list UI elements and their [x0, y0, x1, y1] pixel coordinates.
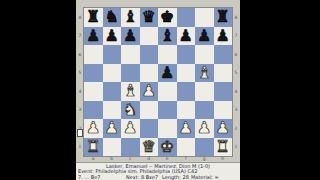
- piece-black-knight: ♞: [105, 8, 119, 26]
- caption-move-info: 7. ... Be7: [78, 175, 126, 180]
- square-a6: [84, 45, 103, 64]
- side-to-move-indicator: [77, 129, 83, 137]
- square-b4: [103, 82, 122, 101]
- square-g6: [195, 45, 214, 64]
- square-f4: [177, 82, 196, 101]
- rank-label-3: 3: [232, 101, 240, 120]
- square-d8: ♛: [140, 8, 159, 27]
- rank-label-3: 3: [76, 101, 84, 120]
- square-e6: [158, 45, 177, 64]
- square-b3: [103, 101, 122, 120]
- chess-board: ♜♞♝♛♚♜♟♟♟♝♟♟♟♟♝♝♟♞♟♟♟♟♟♟♜♛♚♜: [84, 8, 232, 156]
- square-a8: ♜: [84, 8, 103, 27]
- piece-black-pawn: ♟: [197, 27, 211, 45]
- square-e5: ♟: [158, 64, 177, 83]
- video-frame: 87654321 ♜♞♝♛♚♜♟♟♟♝♟♟♟♟♝♝♟♞♟♟♟♟♟♟♜♛♚♜ 87…: [0, 0, 320, 180]
- square-a4: [84, 82, 103, 101]
- square-a1: ♜: [84, 138, 103, 157]
- rank-label-8: 8: [76, 8, 84, 27]
- square-f6: [177, 45, 196, 64]
- square-g1: [195, 138, 214, 157]
- square-c7: ♟: [121, 27, 140, 46]
- rank-label-8: 8: [232, 8, 240, 27]
- piece-white-queen: ♛: [142, 138, 156, 156]
- square-c3: ♞: [121, 101, 140, 120]
- piece-black-pawn: ♟: [86, 27, 100, 45]
- rank-label-7: 7: [76, 27, 84, 46]
- caption-game-length: Length: 28: [162, 175, 191, 180]
- piece-white-bishop: ♝: [123, 82, 137, 100]
- square-a2: ♟: [84, 119, 103, 138]
- square-a3: [84, 101, 103, 120]
- piece-white-bishop: ♝: [197, 64, 211, 82]
- square-d7: [140, 27, 159, 46]
- square-h6: [214, 45, 233, 64]
- piece-black-rook: ♜: [216, 8, 230, 26]
- square-b1: [103, 138, 122, 157]
- piece-white-pawn: ♟: [216, 119, 230, 137]
- piece-black-pawn: ♟: [105, 27, 119, 45]
- caption-panel: Lasker, Emanuel -- Martinez, Dion M (1-0…: [76, 162, 240, 180]
- square-a7: ♟: [84, 27, 103, 46]
- piece-white-knight: ♞: [123, 101, 137, 119]
- square-h2: ♟: [214, 119, 233, 138]
- square-h7: ♟: [214, 27, 233, 46]
- square-c8: ♝: [121, 8, 140, 27]
- caption-next-move: Next: 8.Bxe7: [126, 175, 162, 180]
- rank-label-5: 5: [76, 64, 84, 83]
- piece-black-pawn: ♟: [179, 27, 193, 45]
- piece-white-rook: ♜: [216, 138, 230, 156]
- piece-white-pawn: ♟: [142, 82, 156, 100]
- piece-white-pawn: ♟: [105, 119, 119, 137]
- caption-details: 7. ... Be7 Next: 8.Bxe7 Length: 28 Mater…: [76, 175, 240, 180]
- square-b6: [103, 45, 122, 64]
- square-b5: [103, 64, 122, 83]
- square-c6: [121, 45, 140, 64]
- square-d6: [140, 45, 159, 64]
- square-f8: [177, 8, 196, 27]
- square-g3: [195, 101, 214, 120]
- piece-white-pawn: ♟: [86, 119, 100, 137]
- rank-label-6: 6: [76, 45, 84, 64]
- piece-black-bishop: ♝: [123, 8, 137, 26]
- square-f5: [177, 64, 196, 83]
- square-b8: ♞: [103, 8, 122, 27]
- piece-white-pawn: ♟: [123, 119, 137, 137]
- square-f1: [177, 138, 196, 157]
- piece-black-rook: ♜: [86, 8, 100, 26]
- piece-black-pawn: ♟: [160, 64, 174, 82]
- rank-label-2: 2: [232, 119, 240, 138]
- piece-white-rook: ♜: [86, 138, 100, 156]
- square-f7: ♟: [177, 27, 196, 46]
- square-e3: [158, 101, 177, 120]
- piece-black-bishop: ♝: [160, 27, 174, 45]
- square-d1: ♛: [140, 138, 159, 157]
- square-h1: ♜: [214, 138, 233, 157]
- square-d2: [140, 119, 159, 138]
- square-e4: [158, 82, 177, 101]
- square-c2: ♟: [121, 119, 140, 138]
- square-e1: ♚: [158, 138, 177, 157]
- chess-diagram-card: 87654321 ♜♞♝♛♚♜♟♟♟♝♟♟♟♟♝♝♟♞♟♟♟♟♟♟♜♛♚♜ 87…: [76, 0, 240, 180]
- square-e2: [158, 119, 177, 138]
- square-f2: ♟: [177, 119, 196, 138]
- square-c1: [121, 138, 140, 157]
- square-d3: [140, 101, 159, 120]
- square-e7: ♝: [158, 27, 177, 46]
- piece-black-queen: ♛: [142, 8, 156, 26]
- square-d5: [140, 64, 159, 83]
- rank-label-6: 6: [232, 45, 240, 64]
- caption-material: Material: =: [191, 175, 219, 180]
- square-h3: [214, 101, 233, 120]
- piece-black-pawn: ♟: [216, 27, 230, 45]
- rank-labels-right: 87654321: [232, 8, 240, 156]
- square-a5: [84, 64, 103, 83]
- rank-label-1: 1: [76, 138, 84, 157]
- rank-label-4: 4: [76, 82, 84, 101]
- piece-black-king: ♚: [160, 8, 174, 26]
- rank-label-7: 7: [232, 27, 240, 46]
- rank-label-5: 5: [232, 64, 240, 83]
- square-d4: ♟: [140, 82, 159, 101]
- square-h4: [214, 82, 233, 101]
- rank-label-4: 4: [232, 82, 240, 101]
- square-b7: ♟: [103, 27, 122, 46]
- piece-white-pawn: ♟: [197, 119, 211, 137]
- square-h8: ♜: [214, 8, 233, 27]
- square-c5: [121, 64, 140, 83]
- square-f3: [177, 101, 196, 120]
- rank-label-1: 1: [232, 138, 240, 157]
- square-b2: ♟: [103, 119, 122, 138]
- square-g5: ♝: [195, 64, 214, 83]
- square-g8: [195, 8, 214, 27]
- square-g7: ♟: [195, 27, 214, 46]
- piece-black-pawn: ♟: [123, 27, 137, 45]
- piece-white-king: ♚: [160, 138, 174, 156]
- piece-white-pawn: ♟: [179, 119, 193, 137]
- square-h5: [214, 64, 233, 83]
- square-g2: ♟: [195, 119, 214, 138]
- square-e8: ♚: [158, 8, 177, 27]
- square-c4: ♝: [121, 82, 140, 101]
- square-g4: [195, 82, 214, 101]
